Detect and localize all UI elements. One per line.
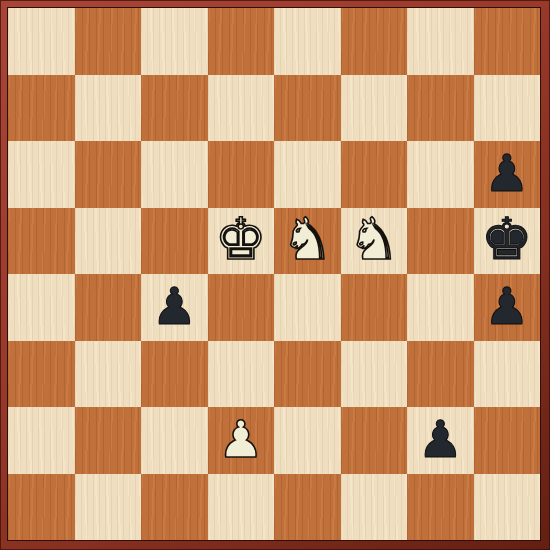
square-e4[interactable] [274,274,341,341]
black-pawn-g2[interactable]: ♟ [417,414,463,465]
square-f8[interactable] [341,8,408,75]
square-b3[interactable] [75,341,142,408]
black-pawn-h4[interactable]: ♟ [484,281,530,332]
square-a8[interactable] [8,8,75,75]
square-b1[interactable] [75,474,142,541]
square-c3[interactable] [141,341,208,408]
square-h3[interactable] [474,341,541,408]
white-knight-f5[interactable]: ♞ [348,210,400,268]
square-g5[interactable] [407,208,474,275]
square-d2[interactable]: ♟ [208,407,275,474]
black-king-h5[interactable]: ♚ [481,210,533,268]
square-b6[interactable] [75,141,142,208]
square-b8[interactable] [75,8,142,75]
square-c5[interactable] [141,208,208,275]
square-f3[interactable] [341,341,408,408]
square-c8[interactable] [141,8,208,75]
square-e8[interactable] [274,8,341,75]
square-a5[interactable] [8,208,75,275]
square-g3[interactable] [407,341,474,408]
square-g2[interactable]: ♟ [407,407,474,474]
square-d7[interactable] [208,75,275,142]
white-pawn-d2[interactable]: ♟ [218,414,264,465]
square-f7[interactable] [341,75,408,142]
square-d6[interactable] [208,141,275,208]
square-g7[interactable] [407,75,474,142]
square-c1[interactable] [141,474,208,541]
square-c6[interactable] [141,141,208,208]
square-c4[interactable]: ♟ [141,274,208,341]
square-c7[interactable] [141,75,208,142]
square-f4[interactable] [341,274,408,341]
square-d3[interactable] [208,341,275,408]
square-h7[interactable] [474,75,541,142]
square-f2[interactable] [341,407,408,474]
square-a2[interactable] [8,407,75,474]
square-d5[interactable]: ♚ [208,208,275,275]
white-king-d5[interactable]: ♚ [215,210,267,268]
square-h4[interactable]: ♟ [474,274,541,341]
square-d4[interactable] [208,274,275,341]
square-h2[interactable] [474,407,541,474]
chess-board: ♟♚♞♞♚♟♟♟♟ [7,7,541,541]
square-f1[interactable] [341,474,408,541]
square-h5[interactable]: ♚ [474,208,541,275]
square-g8[interactable] [407,8,474,75]
board-frame: ♟♚♞♞♚♟♟♟♟ [0,0,550,550]
square-c2[interactable] [141,407,208,474]
square-d1[interactable] [208,474,275,541]
square-e7[interactable] [274,75,341,142]
square-b2[interactable] [75,407,142,474]
square-b7[interactable] [75,75,142,142]
square-a4[interactable] [8,274,75,341]
square-f5[interactable]: ♞ [341,208,408,275]
square-b4[interactable] [75,274,142,341]
square-g1[interactable] [407,474,474,541]
square-h8[interactable] [474,8,541,75]
square-a6[interactable] [8,141,75,208]
square-e2[interactable] [274,407,341,474]
black-pawn-c4[interactable]: ♟ [151,281,197,332]
square-e3[interactable] [274,341,341,408]
square-a1[interactable] [8,474,75,541]
black-pawn-h6[interactable]: ♟ [484,148,530,199]
square-b5[interactable] [75,208,142,275]
square-g4[interactable] [407,274,474,341]
square-d8[interactable] [208,8,275,75]
square-a3[interactable] [8,341,75,408]
square-e5[interactable]: ♞ [274,208,341,275]
square-f6[interactable] [341,141,408,208]
square-g6[interactable] [407,141,474,208]
square-h1[interactable] [474,474,541,541]
square-h6[interactable]: ♟ [474,141,541,208]
square-e6[interactable] [274,141,341,208]
square-a7[interactable] [8,75,75,142]
square-e1[interactable] [274,474,341,541]
white-knight-e5[interactable]: ♞ [281,210,333,268]
